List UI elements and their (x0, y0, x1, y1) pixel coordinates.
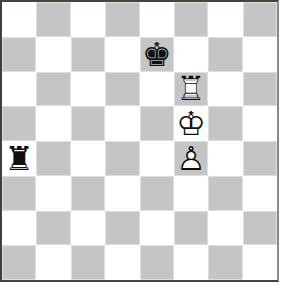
square-b2[interactable] (36, 211, 70, 246)
square-d3[interactable] (105, 176, 139, 211)
square-c1[interactable] (71, 245, 105, 280)
square-a7[interactable] (2, 37, 36, 72)
square-g8[interactable] (208, 2, 242, 37)
square-c5[interactable] (71, 106, 105, 141)
white-king-outline: ♔ (174, 106, 208, 141)
square-e1[interactable] (140, 245, 174, 280)
square-c8[interactable] (71, 2, 105, 37)
square-e7[interactable]: ♚ (140, 37, 174, 72)
square-h2[interactable] (243, 211, 277, 246)
square-a3[interactable] (2, 176, 36, 211)
square-d2[interactable] (105, 211, 139, 246)
square-a8[interactable] (2, 2, 36, 37)
square-h3[interactable] (243, 176, 277, 211)
square-g5[interactable] (208, 106, 242, 141)
chess-diagram: ♚♜♖♚♔♜♟♙ (0, 0, 281, 285)
square-f7[interactable] (174, 37, 208, 72)
square-a6[interactable] (2, 72, 36, 107)
square-h5[interactable] (243, 106, 277, 141)
square-g2[interactable] (208, 211, 242, 246)
square-b7[interactable] (36, 37, 70, 72)
square-f2[interactable] (174, 211, 208, 246)
square-b3[interactable] (36, 176, 70, 211)
square-g1[interactable] (208, 245, 242, 280)
piece-white-king: ♚♔ (174, 106, 208, 141)
black-rook-glyph: ♜ (2, 141, 36, 176)
square-g4[interactable] (208, 141, 242, 176)
white-pawn-outline: ♙ (174, 141, 208, 176)
square-g3[interactable] (208, 176, 242, 211)
chess-board: ♚♜♖♚♔♜♟♙ (0, 0, 279, 282)
square-c6[interactable] (71, 72, 105, 107)
square-b4[interactable] (36, 141, 70, 176)
square-e2[interactable] (140, 211, 174, 246)
square-g6[interactable] (208, 72, 242, 107)
square-h7[interactable] (243, 37, 277, 72)
square-b8[interactable] (36, 2, 70, 37)
square-d5[interactable] (105, 106, 139, 141)
square-h6[interactable] (243, 72, 277, 107)
square-d8[interactable] (105, 2, 139, 37)
piece-white-rook: ♜♖ (174, 72, 208, 107)
square-b5[interactable] (36, 106, 70, 141)
square-h4[interactable] (243, 141, 277, 176)
square-f8[interactable] (174, 2, 208, 37)
square-c7[interactable] (71, 37, 105, 72)
piece-black-king: ♚ (140, 37, 174, 72)
square-e5[interactable] (140, 106, 174, 141)
square-e8[interactable] (140, 2, 174, 37)
square-g7[interactable] (208, 37, 242, 72)
square-e6[interactable] (140, 72, 174, 107)
square-c3[interactable] (71, 176, 105, 211)
square-b6[interactable] (36, 72, 70, 107)
black-king-glyph: ♚ (140, 37, 174, 72)
square-f5[interactable]: ♚♔ (174, 106, 208, 141)
square-a4[interactable]: ♜ (2, 141, 36, 176)
piece-black-rook: ♜ (2, 141, 36, 176)
square-d4[interactable] (105, 141, 139, 176)
square-a2[interactable] (2, 211, 36, 246)
square-d6[interactable] (105, 72, 139, 107)
white-rook-outline: ♖ (174, 72, 208, 107)
square-h8[interactable] (243, 2, 277, 37)
square-c4[interactable] (71, 141, 105, 176)
square-h1[interactable] (243, 245, 277, 280)
square-f3[interactable] (174, 176, 208, 211)
square-d1[interactable] (105, 245, 139, 280)
square-a5[interactable] (2, 106, 36, 141)
square-e3[interactable] (140, 176, 174, 211)
square-a1[interactable] (2, 245, 36, 280)
square-d7[interactable] (105, 37, 139, 72)
square-f6[interactable]: ♜♖ (174, 72, 208, 107)
square-c2[interactable] (71, 211, 105, 246)
piece-white-pawn: ♟♙ (174, 141, 208, 176)
square-e4[interactable] (140, 141, 174, 176)
square-f4[interactable]: ♟♙ (174, 141, 208, 176)
square-b1[interactable] (36, 245, 70, 280)
square-f1[interactable] (174, 245, 208, 280)
